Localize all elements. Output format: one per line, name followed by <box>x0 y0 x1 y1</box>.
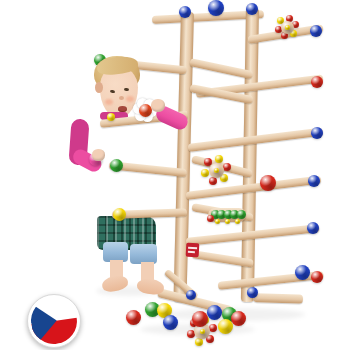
red-floor-ball <box>126 310 141 325</box>
sun-spinner-center <box>200 329 205 334</box>
blue-floor-ball <box>163 315 178 330</box>
red-floor-ball <box>192 311 208 327</box>
czech-flag-badge <box>27 294 81 348</box>
yellow-floor-ball <box>218 319 233 334</box>
product-photo <box>0 0 350 350</box>
red-floor-ball <box>231 311 246 326</box>
czech-flag <box>28 295 80 347</box>
blue-floor-ball <box>207 305 222 320</box>
